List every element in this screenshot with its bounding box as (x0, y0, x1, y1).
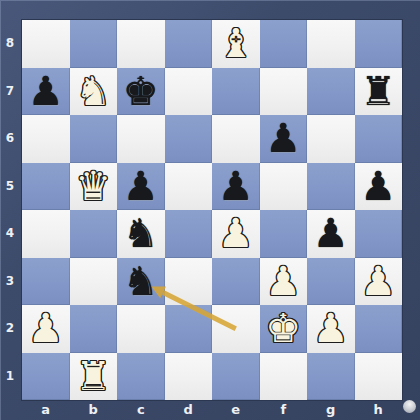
square-e4[interactable]: ♟ (212, 210, 260, 258)
piece-white-pawn[interactable]: ♟ (260, 258, 308, 306)
square-a4[interactable] (22, 210, 70, 258)
file-label-e: e (212, 401, 260, 419)
square-c8[interactable] (117, 20, 165, 68)
square-a7[interactable]: ♟ (22, 68, 70, 116)
square-h1[interactable] (355, 353, 403, 401)
piece-black-rook[interactable]: ♜ (355, 68, 403, 116)
square-b3[interactable] (70, 258, 118, 306)
square-d8[interactable] (165, 20, 213, 68)
square-f4[interactable] (260, 210, 308, 258)
square-b8[interactable] (70, 20, 118, 68)
square-f2[interactable]: ♚ (260, 305, 308, 353)
sphere-dot-icon (403, 400, 416, 413)
square-g6[interactable] (307, 115, 355, 163)
square-e6[interactable] (212, 115, 260, 163)
square-g7[interactable] (307, 68, 355, 116)
square-e3[interactable] (212, 258, 260, 306)
rank-label-4: 4 (0, 210, 20, 258)
square-g1[interactable] (307, 353, 355, 401)
square-a6[interactable] (22, 115, 70, 163)
rank-label-5: 5 (0, 163, 20, 211)
square-b2[interactable] (70, 305, 118, 353)
piece-black-pawn[interactable]: ♟ (22, 68, 70, 116)
piece-white-pawn[interactable]: ♟ (355, 258, 403, 306)
square-e1[interactable] (212, 353, 260, 401)
square-c5[interactable]: ♟ (117, 163, 165, 211)
square-f1[interactable] (260, 353, 308, 401)
square-g8[interactable] (307, 20, 355, 68)
rank-label-6: 6 (0, 115, 20, 163)
file-label-h: h (355, 401, 403, 419)
piece-white-knight[interactable]: ♞ (70, 68, 118, 116)
piece-white-rook[interactable]: ♜ (70, 353, 118, 401)
square-c3[interactable]: ♞ (117, 258, 165, 306)
file-label-g: g (307, 401, 355, 419)
square-h2[interactable] (355, 305, 403, 353)
file-label-a: a (22, 401, 70, 419)
square-h4[interactable] (355, 210, 403, 258)
square-h8[interactable] (355, 20, 403, 68)
piece-white-pawn[interactable]: ♟ (307, 305, 355, 353)
square-a3[interactable] (22, 258, 70, 306)
square-b1[interactable]: ♜ (70, 353, 118, 401)
square-d7[interactable] (165, 68, 213, 116)
file-label-f: f (260, 401, 308, 419)
square-h7[interactable]: ♜ (355, 68, 403, 116)
piece-white-pawn[interactable]: ♟ (212, 210, 260, 258)
square-e8[interactable]: ♝ (212, 20, 260, 68)
square-g2[interactable]: ♟ (307, 305, 355, 353)
chess-board-frame: ♝♟♞♚♜♟♛♟♟♟♞♟♟♞♟♟♟♚♟♜ 87654321 abcdefgh (0, 0, 420, 420)
piece-white-bishop[interactable]: ♝ (212, 20, 260, 68)
file-label-d: d (165, 401, 213, 419)
piece-white-queen[interactable]: ♛ (70, 163, 118, 211)
square-b7[interactable]: ♞ (70, 68, 118, 116)
square-f7[interactable] (260, 68, 308, 116)
rank-label-2: 2 (0, 305, 20, 353)
chess-board: ♝♟♞♚♜♟♛♟♟♟♞♟♟♞♟♟♟♚♟♜ (22, 20, 402, 400)
square-h3[interactable]: ♟ (355, 258, 403, 306)
square-g4[interactable]: ♟ (307, 210, 355, 258)
square-e7[interactable] (212, 68, 260, 116)
rank-label-1: 1 (0, 353, 20, 401)
rank-label-8: 8 (0, 20, 20, 68)
square-g5[interactable] (307, 163, 355, 211)
square-c1[interactable] (117, 353, 165, 401)
piece-black-pawn[interactable]: ♟ (117, 163, 165, 211)
square-c2[interactable] (117, 305, 165, 353)
rank-label-3: 3 (0, 258, 20, 306)
square-d6[interactable] (165, 115, 213, 163)
square-a5[interactable] (22, 163, 70, 211)
piece-black-pawn[interactable]: ♟ (355, 163, 403, 211)
square-b6[interactable] (70, 115, 118, 163)
piece-black-knight[interactable]: ♞ (117, 210, 165, 258)
square-d2[interactable] (165, 305, 213, 353)
square-f8[interactable] (260, 20, 308, 68)
square-c7[interactable]: ♚ (117, 68, 165, 116)
square-g3[interactable] (307, 258, 355, 306)
piece-black-pawn[interactable]: ♟ (260, 115, 308, 163)
piece-black-pawn[interactable]: ♟ (307, 210, 355, 258)
piece-black-pawn[interactable]: ♟ (212, 163, 260, 211)
file-label-b: b (70, 401, 118, 419)
square-f3[interactable]: ♟ (260, 258, 308, 306)
square-c6[interactable] (117, 115, 165, 163)
square-f6[interactable]: ♟ (260, 115, 308, 163)
square-h6[interactable] (355, 115, 403, 163)
square-b5[interactable]: ♛ (70, 163, 118, 211)
square-h5[interactable]: ♟ (355, 163, 403, 211)
piece-black-knight[interactable]: ♞ (117, 258, 165, 306)
square-a1[interactable] (22, 353, 70, 401)
file-label-c: c (117, 401, 165, 419)
square-d4[interactable] (165, 210, 213, 258)
square-f5[interactable] (260, 163, 308, 211)
rank-label-7: 7 (0, 68, 20, 116)
piece-black-king[interactable]: ♚ (117, 68, 165, 116)
square-d5[interactable] (165, 163, 213, 211)
piece-white-king[interactable]: ♚ (260, 305, 308, 353)
square-a8[interactable] (22, 20, 70, 68)
square-e2[interactable] (212, 305, 260, 353)
square-a2[interactable]: ♟ (22, 305, 70, 353)
square-e5[interactable]: ♟ (212, 163, 260, 211)
square-c4[interactable]: ♞ (117, 210, 165, 258)
square-d1[interactable] (165, 353, 213, 401)
piece-white-pawn[interactable]: ♟ (22, 305, 70, 353)
square-b4[interactable] (70, 210, 118, 258)
square-d3[interactable] (165, 258, 213, 306)
